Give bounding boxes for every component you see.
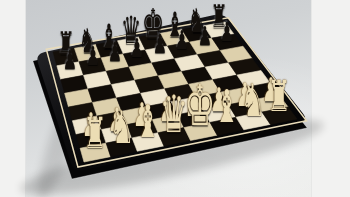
chess-set-product-photo: ♜♞♝♛♚♝♞♜♟♟♟♟♟♟♟♟♟♟♟♟♟♟♟♟♜♞♝♛♚♝♞♜ [0, 0, 350, 197]
chess-board [0, 0, 350, 197]
